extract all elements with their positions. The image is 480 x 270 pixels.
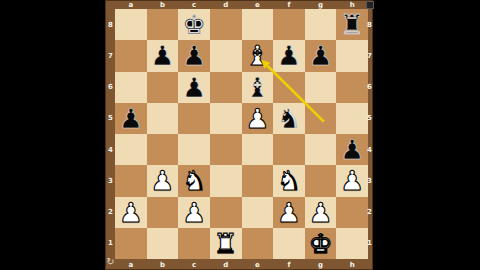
square-c7[interactable]: ♟	[178, 40, 210, 71]
file-label-top-b: b	[160, 2, 165, 9]
piece-black-pawn: ♟	[308, 42, 332, 69]
piece-white-pawn: ♟	[245, 105, 269, 132]
black-square-marker-icon	[366, 1, 374, 9]
piece-black-pawn: ♟	[150, 42, 174, 69]
file-label-top-c: c	[192, 2, 196, 9]
square-d8[interactable]	[210, 9, 242, 40]
square-b6[interactable]	[147, 72, 179, 103]
file-label-top-g: g	[318, 2, 323, 9]
square-f1[interactable]	[273, 228, 305, 259]
piece-black-knight: ♞	[277, 105, 301, 132]
file-label-bottom-e: e	[255, 261, 260, 268]
rank-label-left-5: 5	[108, 115, 113, 122]
square-f2[interactable]: ♟	[273, 197, 305, 228]
square-g1[interactable]: ♚	[305, 228, 337, 259]
square-h7[interactable]	[336, 40, 368, 71]
square-b7[interactable]: ♟	[147, 40, 179, 71]
piece-white-pawn: ♟	[119, 199, 143, 226]
square-f7[interactable]: ♟	[273, 40, 305, 71]
square-f8[interactable]	[273, 9, 305, 40]
square-c4[interactable]	[178, 134, 210, 165]
rank-label-left-4: 4	[108, 146, 113, 153]
piece-white-pawn: ♟	[308, 199, 332, 226]
square-h3[interactable]: ♟	[336, 165, 368, 196]
piece-white-king: ♚	[308, 230, 332, 257]
file-label-bottom-b: b	[160, 261, 165, 268]
rank-label-right-2: 2	[367, 209, 372, 216]
file-label-top-e: e	[255, 2, 260, 9]
flip-board-icon[interactable]: ↻	[105, 256, 116, 267]
square-g6[interactable]	[305, 72, 337, 103]
square-b2[interactable]	[147, 197, 179, 228]
file-label-top-a: a	[128, 2, 133, 9]
square-b5[interactable]	[147, 103, 179, 134]
square-c2[interactable]: ♟	[178, 197, 210, 228]
square-c8[interactable]: ♚	[178, 9, 210, 40]
chess-board: ♚♜♟♟♝♟♟♟♝♟♟♞♟♟♞♞♟♟♟♟♟♜♚ aabbccddeeffgghh…	[105, 0, 373, 270]
square-h1[interactable]	[336, 228, 368, 259]
rank-label-left-2: 2	[108, 209, 113, 216]
file-label-bottom-f: f	[287, 261, 290, 268]
piece-black-pawn: ♟	[340, 136, 364, 163]
square-c5[interactable]	[178, 103, 210, 134]
file-label-bottom-a: a	[128, 261, 133, 268]
square-h6[interactable]	[336, 72, 368, 103]
square-f3[interactable]: ♞	[273, 165, 305, 196]
square-e3[interactable]	[242, 165, 274, 196]
square-g4[interactable]	[305, 134, 337, 165]
piece-black-king: ♚	[182, 11, 206, 38]
square-d6[interactable]	[210, 72, 242, 103]
square-a4[interactable]	[115, 134, 147, 165]
piece-white-rook: ♜	[214, 230, 238, 257]
square-g3[interactable]	[305, 165, 337, 196]
piece-black-pawn: ♟	[182, 42, 206, 69]
rank-label-left-6: 6	[108, 84, 113, 91]
square-b8[interactable]	[147, 9, 179, 40]
square-e6[interactable]: ♝	[242, 72, 274, 103]
square-h2[interactable]	[336, 197, 368, 228]
rank-label-right-6: 6	[367, 84, 372, 91]
square-a1[interactable]	[115, 228, 147, 259]
rank-label-right-4: 4	[367, 146, 372, 153]
square-e2[interactable]	[242, 197, 274, 228]
square-e5[interactable]: ♟	[242, 103, 274, 134]
square-a5[interactable]: ♟	[115, 103, 147, 134]
square-a6[interactable]	[115, 72, 147, 103]
square-b3[interactable]: ♟	[147, 165, 179, 196]
piece-black-pawn: ♟	[119, 105, 143, 132]
square-b4[interactable]	[147, 134, 179, 165]
piece-black-rook: ♜	[340, 11, 364, 38]
square-f4[interactable]	[273, 134, 305, 165]
file-label-top-h: h	[350, 2, 355, 9]
square-f5[interactable]: ♞	[273, 103, 305, 134]
piece-black-bishop: ♝	[245, 74, 269, 101]
piece-white-knight: ♞	[277, 167, 301, 194]
rank-label-left-8: 8	[108, 21, 113, 28]
file-label-bottom-c: c	[192, 261, 196, 268]
square-g2[interactable]: ♟	[305, 197, 337, 228]
rank-label-left-1: 1	[108, 240, 113, 247]
rank-label-left-7: 7	[108, 52, 113, 59]
square-g8[interactable]	[305, 9, 337, 40]
square-d5[interactable]	[210, 103, 242, 134]
piece-white-pawn: ♟	[277, 199, 301, 226]
board-squares: ♚♜♟♟♝♟♟♟♝♟♟♞♟♟♞♞♟♟♟♟♟♜♚	[115, 9, 368, 259]
square-a7[interactable]	[115, 40, 147, 71]
rank-label-right-7: 7	[367, 52, 372, 59]
square-d7[interactable]	[210, 40, 242, 71]
square-a3[interactable]	[115, 165, 147, 196]
square-d2[interactable]	[210, 197, 242, 228]
piece-white-pawn: ♟	[150, 167, 174, 194]
square-e1[interactable]	[242, 228, 274, 259]
file-label-bottom-g: g	[318, 261, 323, 268]
file-label-top-f: f	[287, 2, 290, 9]
rank-label-left-3: 3	[108, 177, 113, 184]
square-a2[interactable]: ♟	[115, 197, 147, 228]
rank-label-right-1: 1	[367, 240, 372, 247]
square-h5[interactable]	[336, 103, 368, 134]
file-label-bottom-d: d	[223, 261, 228, 268]
square-d4[interactable]	[210, 134, 242, 165]
piece-white-pawn: ♟	[340, 167, 364, 194]
square-e7[interactable]: ♝	[242, 40, 274, 71]
square-d1[interactable]: ♜	[210, 228, 242, 259]
file-label-top-d: d	[223, 2, 228, 9]
square-a8[interactable]	[115, 9, 147, 40]
piece-black-pawn: ♟	[277, 42, 301, 69]
rank-label-right-3: 3	[367, 177, 372, 184]
piece-white-knight: ♞	[182, 167, 206, 194]
rank-label-right-8: 8	[367, 21, 372, 28]
square-b1[interactable]	[147, 228, 179, 259]
file-label-bottom-h: h	[350, 261, 355, 268]
square-e4[interactable]	[242, 134, 274, 165]
piece-white-pawn: ♟	[182, 199, 206, 226]
piece-black-pawn: ♟	[182, 74, 206, 101]
square-c6[interactable]: ♟	[178, 72, 210, 103]
square-g5[interactable]	[305, 103, 337, 134]
chess-app: ♚♜♟♟♝♟♟♟♝♟♟♞♟♟♞♞♟♟♟♟♟♜♚ aabbccddeeffgghh…	[0, 0, 480, 270]
square-d3[interactable]	[210, 165, 242, 196]
piece-white-bishop: ♝	[245, 42, 269, 69]
square-e8[interactable]	[242, 9, 274, 40]
square-c1[interactable]	[178, 228, 210, 259]
square-h8[interactable]: ♜	[336, 9, 368, 40]
rank-label-right-5: 5	[367, 115, 372, 122]
square-f6[interactable]	[273, 72, 305, 103]
square-g7[interactable]: ♟	[305, 40, 337, 71]
square-c3[interactable]: ♞	[178, 165, 210, 196]
square-h4[interactable]: ♟	[336, 134, 368, 165]
